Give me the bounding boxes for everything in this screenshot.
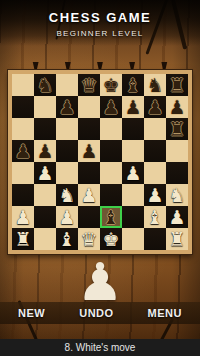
square-h3[interactable]: ♞ xyxy=(166,184,188,206)
black-pawn: ♟ xyxy=(80,140,97,162)
square-g4[interactable] xyxy=(144,162,166,184)
black-pawn: ♟ xyxy=(124,96,141,118)
white-pawn: ♟ xyxy=(58,206,75,228)
square-c2[interactable]: ♟ xyxy=(56,206,78,228)
square-c4[interactable] xyxy=(56,162,78,184)
square-h1[interactable]: ♜ xyxy=(166,228,188,250)
square-b4[interactable]: ♟ xyxy=(34,162,56,184)
square-h8[interactable]: ♜ xyxy=(166,74,188,96)
square-f5[interactable] xyxy=(122,140,144,162)
square-g7[interactable]: ♟ xyxy=(144,96,166,118)
black-king: ♚ xyxy=(102,74,119,96)
decorative-pawn-icon: ♟ xyxy=(77,256,124,308)
square-g5[interactable] xyxy=(144,140,166,162)
white-rook: ♜ xyxy=(168,228,185,250)
black-pawn: ♟ xyxy=(168,96,185,118)
square-h7[interactable]: ♟ xyxy=(166,96,188,118)
square-d8[interactable]: ♛ xyxy=(78,74,100,96)
black-bishop: ♝ xyxy=(102,206,119,228)
square-d1[interactable]: ♛ xyxy=(78,228,100,250)
square-c8[interactable] xyxy=(56,74,78,96)
square-a5[interactable]: ♟ xyxy=(12,140,34,162)
white-pawn: ♟ xyxy=(124,162,141,184)
square-a4[interactable] xyxy=(12,162,34,184)
square-a1[interactable]: ♜ xyxy=(12,228,34,250)
board-frame: ♞♛♚♝♞♜♟♟♟♟♟♜♟♟♟♟♟♞♟♟♞♟♟♝♝♟♜♝♛♚♜ xyxy=(8,70,192,254)
square-g2[interactable]: ♝ xyxy=(144,206,166,228)
white-bishop: ♝ xyxy=(146,206,163,228)
square-f3[interactable] xyxy=(122,184,144,206)
status-text: 8. White's move xyxy=(65,342,136,353)
square-h6[interactable]: ♜ xyxy=(166,118,188,140)
square-a3[interactable] xyxy=(12,184,34,206)
square-b5[interactable]: ♟ xyxy=(34,140,56,162)
square-c1[interactable]: ♝ xyxy=(56,228,78,250)
black-pawn: ♟ xyxy=(36,140,53,162)
square-e8[interactable]: ♚ xyxy=(100,74,122,96)
white-king: ♚ xyxy=(102,228,119,250)
square-b3[interactable] xyxy=(34,184,56,206)
square-c5[interactable] xyxy=(56,140,78,162)
square-e7[interactable]: ♟ xyxy=(100,96,122,118)
square-f8[interactable]: ♝ xyxy=(122,74,144,96)
square-a7[interactable] xyxy=(12,96,34,118)
square-c7[interactable]: ♟ xyxy=(56,96,78,118)
square-h5[interactable] xyxy=(166,140,188,162)
black-pawn: ♟ xyxy=(146,96,163,118)
white-pawn: ♟ xyxy=(168,206,185,228)
square-d7[interactable] xyxy=(78,96,100,118)
white-pawn: ♟ xyxy=(80,184,97,206)
white-pawn: ♟ xyxy=(14,206,31,228)
square-e2[interactable]: ♝ xyxy=(100,206,122,228)
square-d6[interactable] xyxy=(78,118,100,140)
square-g3[interactable]: ♟ xyxy=(144,184,166,206)
black-pawn: ♟ xyxy=(14,140,31,162)
square-c6[interactable] xyxy=(56,118,78,140)
black-queen: ♛ xyxy=(80,74,97,96)
square-d5[interactable]: ♟ xyxy=(78,140,100,162)
chess-board: ♞♛♚♝♞♜♟♟♟♟♟♜♟♟♟♟♟♞♟♟♞♟♟♝♝♟♜♝♛♚♜ xyxy=(12,74,188,250)
white-queen: ♛ xyxy=(80,228,97,250)
square-b8[interactable]: ♞ xyxy=(34,74,56,96)
square-b2[interactable] xyxy=(34,206,56,228)
square-d3[interactable]: ♟ xyxy=(78,184,100,206)
square-b6[interactable] xyxy=(34,118,56,140)
header: CHESS GAME BEGINNER LEVEL xyxy=(0,0,200,46)
square-e5[interactable] xyxy=(100,140,122,162)
square-h4[interactable] xyxy=(166,162,188,184)
square-d4[interactable] xyxy=(78,162,100,184)
square-f7[interactable]: ♟ xyxy=(122,96,144,118)
square-e4[interactable] xyxy=(100,162,122,184)
square-g1[interactable] xyxy=(144,228,166,250)
chess-app: CHESS GAME BEGINNER LEVEL ♞♛♚♝♞♜♟♟♟♟♟♜♟♟… xyxy=(0,0,200,356)
square-a8[interactable] xyxy=(12,74,34,96)
black-pawn: ♟ xyxy=(58,96,75,118)
square-g8[interactable]: ♞ xyxy=(144,74,166,96)
black-knight: ♞ xyxy=(146,74,163,96)
level-label: BEGINNER LEVEL xyxy=(0,29,200,38)
black-pawn: ♟ xyxy=(102,96,119,118)
white-knight: ♞ xyxy=(168,184,185,206)
square-e1[interactable]: ♚ xyxy=(100,228,122,250)
square-f2[interactable] xyxy=(122,206,144,228)
black-rook: ♜ xyxy=(168,74,185,96)
square-f1[interactable] xyxy=(122,228,144,250)
square-c3[interactable]: ♞ xyxy=(56,184,78,206)
new-button[interactable]: NEW xyxy=(18,307,45,319)
square-e6[interactable] xyxy=(100,118,122,140)
white-pawn: ♟ xyxy=(36,162,53,184)
undo-button[interactable]: UNDO xyxy=(79,307,113,319)
square-b7[interactable] xyxy=(34,96,56,118)
black-bishop: ♝ xyxy=(124,74,141,96)
square-d2[interactable] xyxy=(78,206,100,228)
black-rook: ♜ xyxy=(168,118,185,140)
black-knight: ♞ xyxy=(36,74,53,96)
white-knight: ♞ xyxy=(58,184,75,206)
square-b1[interactable] xyxy=(34,228,56,250)
white-pawn: ♟ xyxy=(146,184,163,206)
status-bar: 8. White's move xyxy=(0,339,200,356)
square-f6[interactable] xyxy=(122,118,144,140)
white-rook: ♜ xyxy=(14,228,31,250)
white-bishop: ♝ xyxy=(58,228,75,250)
square-e3[interactable] xyxy=(100,184,122,206)
button-bar: NEW UNDO MENU xyxy=(0,302,200,324)
square-f4[interactable]: ♟ xyxy=(122,162,144,184)
menu-button[interactable]: MENU xyxy=(148,307,182,319)
app-title: CHESS GAME xyxy=(0,10,200,25)
square-g6[interactable] xyxy=(144,118,166,140)
square-a6[interactable] xyxy=(12,118,34,140)
square-h2[interactable]: ♟ xyxy=(166,206,188,228)
square-a2[interactable]: ♟ xyxy=(12,206,34,228)
